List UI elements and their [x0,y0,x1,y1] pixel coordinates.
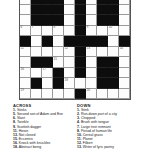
black-cell [42,5,53,16]
cell-number: 11 [21,46,24,50]
grid-cell [108,36,119,47]
grid-cell: 13 [86,47,97,58]
grid-cell [53,89,64,100]
black-cell [75,68,86,79]
black-cell [108,5,119,16]
black-cell [97,68,108,79]
grid-cell [86,5,97,16]
black-cell [75,26,86,37]
grid-cell [119,78,130,89]
grid-cell [119,68,130,79]
grid-cell: 19 [20,89,31,100]
grid-cell [31,68,42,79]
black-cell [119,36,130,47]
grid-cell [75,78,86,89]
black-cell [31,15,42,26]
grid-cell: 15 [53,57,64,68]
black-cell [86,36,97,47]
down-clues-column: DOWN 1. Stink2. Run-down part of a city3… [77,103,147,150]
grid-cell [53,47,64,58]
black-cell [108,68,119,79]
cell-number: 12 [65,46,69,50]
grid-cell: 7 [31,26,42,37]
across-clues-column: ACROSS 1. Stinks5. Second son of Adam an… [13,103,75,150]
grid-cell: 16 [20,68,31,79]
grid-cell [42,47,53,58]
black-cell [75,36,86,47]
grid-cell: 11 [20,47,31,58]
black-cell [108,15,119,26]
clue-item: 18. Abstract being [13,145,75,149]
black-cell [31,5,42,16]
cell-number: 14 [120,46,124,50]
black-cell [31,78,42,89]
clue-number: 18. [13,145,19,149]
grid-cell [97,47,108,58]
black-cell [42,36,53,47]
grid-cell: 20 [86,89,97,100]
grid-cell: 6 [20,26,31,37]
cell-number: 20 [87,88,91,92]
cell-number: 16 [21,67,25,71]
grid-cell [20,5,31,16]
across-clue-list: 1. Stinks5. Second son of Adam and Eve6.… [13,108,75,150]
grid-cell: 8 [53,26,64,37]
cell-number: 6 [21,25,23,29]
black-cell [97,15,108,26]
grid-cell [97,89,108,100]
black-cell [53,15,64,26]
black-cell [20,36,31,47]
grid-cell [119,57,130,68]
cell-number: 19 [21,88,25,92]
black-cell [108,57,119,68]
grid-cell [119,15,130,26]
black-cell [75,47,86,58]
grid-cell: 12 [64,47,75,58]
grid-cell [86,78,97,89]
grid-cell [108,89,119,100]
grid-cell: 18 [64,78,75,89]
grid-cell [64,68,75,79]
down-clue-list: 1. Stink2. Run-down part of a city3. Cho… [77,108,147,150]
grid-cell [64,89,75,100]
cell-number: 7 [32,25,34,29]
cell-number: 9 [87,25,89,29]
grid-cell [64,26,75,37]
cell-number: 18 [65,78,69,82]
grid-cell [119,89,130,100]
cell-number: 13 [87,46,91,50]
black-cell [75,15,86,26]
grid-cell [86,57,97,68]
black-cell [75,5,86,16]
grid-cell [119,5,130,16]
grid-cell [42,26,53,37]
cell-number: 8 [54,25,56,29]
grid-cell [119,26,130,37]
cell-number: 15 [54,57,58,61]
grid-cell [42,89,53,100]
grid-cell [31,36,42,47]
black-cell [42,15,53,26]
grid-cell [86,15,97,26]
black-cell [64,36,75,47]
black-cell [97,5,108,16]
grid-cell: 9 [86,26,97,37]
grid-cell [31,89,42,100]
black-cell [42,57,53,68]
grid-cell [20,78,31,89]
black-cell [97,57,108,68]
black-cell [97,36,108,47]
black-cell [53,68,64,79]
grid-cell [64,5,75,16]
grid-cell: 14 [119,47,130,58]
grid-cell: 17 [42,68,53,79]
black-cell [53,78,64,89]
grid-cell [64,57,75,68]
grid-cell [97,26,108,37]
black-cell [75,89,86,100]
grid-cell [86,68,97,79]
cell-number: 10 [109,25,113,29]
grid-cell [108,47,119,58]
grid-cell [53,36,64,47]
crossword-grid: 67891011121314151617181920 [19,0,131,100]
black-cell [97,78,108,89]
grid-cell [42,78,53,89]
grid-cell [20,15,31,26]
black-cell [31,57,42,68]
grid-cell: 10 [108,26,119,37]
grid-cell [64,15,75,26]
grid-cell [31,47,42,58]
black-cell [53,5,64,16]
crossword-page: 67891011121314151617181920 ACROSS 1. Sti… [0,0,150,150]
cell-number: 17 [43,67,47,71]
black-cell [75,57,86,68]
black-cell [108,78,119,89]
grid-cell [20,57,31,68]
